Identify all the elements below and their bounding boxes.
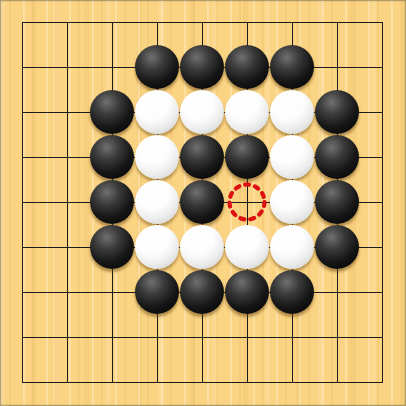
- intersection-D3[interactable]: [135, 270, 180, 315]
- intersection-H8[interactable]: [315, 45, 360, 90]
- intersection-E2[interactable]: [180, 315, 225, 360]
- intersection-J5[interactable]: [360, 180, 405, 225]
- white-stone: [135, 135, 179, 179]
- intersection-B5[interactable]: [45, 180, 90, 225]
- intersection-J1[interactable]: [360, 360, 405, 405]
- intersection-C9[interactable]: [90, 0, 135, 45]
- intersection-J6[interactable]: [360, 135, 405, 180]
- intersection-C2[interactable]: [90, 315, 135, 360]
- intersection-D7[interactable]: [135, 90, 180, 135]
- white-stone: [225, 90, 269, 134]
- intersection-A9[interactable]: [0, 0, 45, 45]
- intersection-A7[interactable]: [0, 90, 45, 135]
- intersection-H1[interactable]: [315, 360, 360, 405]
- black-stone: [225, 270, 269, 314]
- white-stone: [135, 180, 179, 224]
- intersection-D5[interactable]: [135, 180, 180, 225]
- white-stone: [135, 90, 179, 134]
- intersection-G1[interactable]: [270, 360, 315, 405]
- intersection-C1[interactable]: [90, 360, 135, 405]
- intersection-C6[interactable]: [90, 135, 135, 180]
- intersection-B7[interactable]: [45, 90, 90, 135]
- white-stone: [180, 225, 224, 269]
- intersection-D1[interactable]: [135, 360, 180, 405]
- intersection-D2[interactable]: [135, 315, 180, 360]
- white-stone: [270, 135, 314, 179]
- intersection-C3[interactable]: [90, 270, 135, 315]
- black-stone: [135, 45, 179, 89]
- intersection-B4[interactable]: [45, 225, 90, 270]
- intersection-D8[interactable]: [135, 45, 180, 90]
- intersection-G2[interactable]: [270, 315, 315, 360]
- intersections-grid: [0, 0, 405, 405]
- intersection-A2[interactable]: [0, 315, 45, 360]
- intersection-J2[interactable]: [360, 315, 405, 360]
- intersection-J8[interactable]: [360, 45, 405, 90]
- black-stone: [225, 135, 269, 179]
- intersection-A1[interactable]: [0, 360, 45, 405]
- intersection-J3[interactable]: [360, 270, 405, 315]
- intersection-E4[interactable]: [180, 225, 225, 270]
- intersection-C7[interactable]: [90, 90, 135, 135]
- intersection-G8[interactable]: [270, 45, 315, 90]
- black-stone: [180, 45, 224, 89]
- intersection-E1[interactable]: [180, 360, 225, 405]
- intersection-D6[interactable]: [135, 135, 180, 180]
- black-stone: [225, 45, 269, 89]
- intersection-H9[interactable]: [315, 0, 360, 45]
- black-stone: [315, 90, 359, 134]
- intersection-F5[interactable]: [225, 180, 270, 225]
- intersection-G3[interactable]: [270, 270, 315, 315]
- intersection-A5[interactable]: [0, 180, 45, 225]
- intersection-C8[interactable]: [90, 45, 135, 90]
- intersection-C5[interactable]: [90, 180, 135, 225]
- intersection-C4[interactable]: [90, 225, 135, 270]
- intersection-B3[interactable]: [45, 270, 90, 315]
- intersection-G4[interactable]: [270, 225, 315, 270]
- intersection-B9[interactable]: [45, 0, 90, 45]
- black-stone: [180, 270, 224, 314]
- intersection-F6[interactable]: [225, 135, 270, 180]
- intersection-D4[interactable]: [135, 225, 180, 270]
- intersection-J7[interactable]: [360, 90, 405, 135]
- intersection-B6[interactable]: [45, 135, 90, 180]
- white-stone: [270, 180, 314, 224]
- white-stone: [180, 90, 224, 134]
- white-stone: [270, 90, 314, 134]
- vital-point-marker: [225, 180, 270, 225]
- intersection-A6[interactable]: [0, 135, 45, 180]
- white-stone: [135, 225, 179, 269]
- go-board: [0, 0, 406, 406]
- black-stone: [135, 270, 179, 314]
- intersection-E6[interactable]: [180, 135, 225, 180]
- intersection-F2[interactable]: [225, 315, 270, 360]
- intersection-F9[interactable]: [225, 0, 270, 45]
- intersection-A3[interactable]: [0, 270, 45, 315]
- black-stone: [90, 135, 134, 179]
- black-stone: [315, 180, 359, 224]
- black-stone: [90, 180, 134, 224]
- intersection-H2[interactable]: [315, 315, 360, 360]
- intersection-F1[interactable]: [225, 360, 270, 405]
- intersection-A8[interactable]: [0, 45, 45, 90]
- intersection-H5[interactable]: [315, 180, 360, 225]
- intersection-E5[interactable]: [180, 180, 225, 225]
- intersection-G5[interactable]: [270, 180, 315, 225]
- intersection-G9[interactable]: [270, 0, 315, 45]
- intersection-J9[interactable]: [360, 0, 405, 45]
- intersection-H4[interactable]: [315, 225, 360, 270]
- black-stone: [315, 225, 359, 269]
- intersection-F8[interactable]: [225, 45, 270, 90]
- intersection-E7[interactable]: [180, 90, 225, 135]
- intersection-H7[interactable]: [315, 90, 360, 135]
- intersection-B2[interactable]: [45, 315, 90, 360]
- intersection-G7[interactable]: [270, 90, 315, 135]
- intersection-A4[interactable]: [0, 225, 45, 270]
- intersection-F7[interactable]: [225, 90, 270, 135]
- intersection-F3[interactable]: [225, 270, 270, 315]
- intersection-B8[interactable]: [45, 45, 90, 90]
- black-stone: [180, 180, 224, 224]
- intersection-E3[interactable]: [180, 270, 225, 315]
- intersection-J4[interactable]: [360, 225, 405, 270]
- intersection-F4[interactable]: [225, 225, 270, 270]
- black-stone: [315, 135, 359, 179]
- black-stone: [90, 225, 134, 269]
- intersection-E9[interactable]: [180, 0, 225, 45]
- white-stone: [270, 225, 314, 269]
- black-stone: [90, 90, 134, 134]
- black-stone: [270, 270, 314, 314]
- white-stone: [225, 225, 269, 269]
- intersection-D9[interactable]: [135, 0, 180, 45]
- intersection-H3[interactable]: [315, 270, 360, 315]
- intersection-B1[interactable]: [45, 360, 90, 405]
- intersection-E8[interactable]: [180, 45, 225, 90]
- intersection-H6[interactable]: [315, 135, 360, 180]
- intersection-G6[interactable]: [270, 135, 315, 180]
- black-stone: [270, 45, 314, 89]
- black-stone: [180, 135, 224, 179]
